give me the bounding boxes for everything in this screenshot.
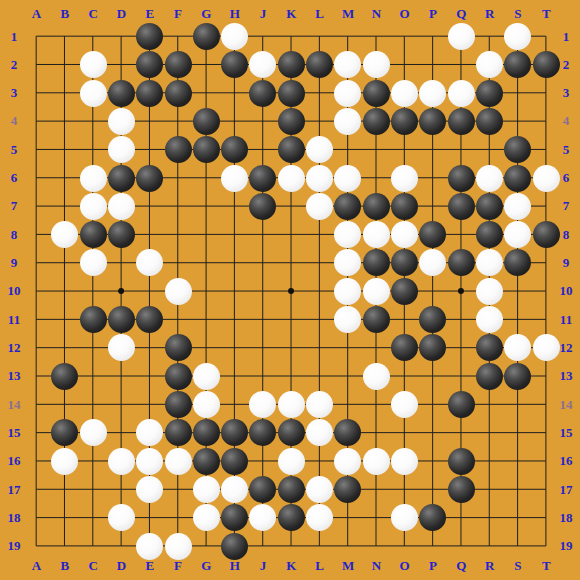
intersection-B4[interactable] [51,107,79,135]
intersection-H17[interactable] [221,475,249,503]
intersection-L1[interactable] [305,22,333,50]
intersection-A14[interactable] [22,390,50,418]
intersection-H8[interactable] [221,221,249,249]
intersection-H9[interactable] [221,249,249,277]
intersection-D8[interactable] [107,221,135,249]
intersection-G15[interactable] [192,419,220,447]
intersection-P19[interactable] [419,532,447,560]
intersection-K4[interactable] [277,107,305,135]
intersection-E6[interactable] [136,164,164,192]
intersection-O2[interactable] [390,51,418,79]
intersection-K1[interactable] [277,22,305,50]
intersection-E12[interactable] [136,334,164,362]
intersection-R10[interactable] [475,277,503,305]
intersection-Q10[interactable] [447,277,475,305]
intersection-H5[interactable] [221,136,249,164]
intersection-J9[interactable] [249,249,277,277]
intersection-T12[interactable] [532,334,560,362]
intersection-Q6[interactable] [447,164,475,192]
intersection-K17[interactable] [277,475,305,503]
intersection-D3[interactable] [107,79,135,107]
intersection-K12[interactable] [277,334,305,362]
intersection-H11[interactable] [221,305,249,333]
intersection-D15[interactable] [107,419,135,447]
intersection-M5[interactable] [334,136,362,164]
intersection-L14[interactable] [305,390,333,418]
intersection-C15[interactable] [79,419,107,447]
intersection-H1[interactable] [221,22,249,50]
intersection-A1[interactable] [22,22,50,50]
intersection-E1[interactable] [136,22,164,50]
intersection-A11[interactable] [22,305,50,333]
intersection-B10[interactable] [51,277,79,305]
intersection-J15[interactable] [249,419,277,447]
intersection-T6[interactable] [532,164,560,192]
intersection-S13[interactable] [504,362,532,390]
intersection-P18[interactable] [419,504,447,532]
intersection-E7[interactable] [136,192,164,220]
intersection-N15[interactable] [362,419,390,447]
intersection-G2[interactable] [192,51,220,79]
intersection-N1[interactable] [362,22,390,50]
intersection-C9[interactable] [79,249,107,277]
intersection-S1[interactable] [504,22,532,50]
intersection-Q7[interactable] [447,192,475,220]
intersection-Q4[interactable] [447,107,475,135]
intersection-B5[interactable] [51,136,79,164]
intersection-E10[interactable] [136,277,164,305]
intersection-S9[interactable] [504,249,532,277]
intersection-L8[interactable] [305,221,333,249]
intersection-J14[interactable] [249,390,277,418]
intersection-T1[interactable] [532,22,560,50]
intersection-E18[interactable] [136,504,164,532]
intersection-L3[interactable] [305,79,333,107]
intersection-P5[interactable] [419,136,447,164]
intersection-B13[interactable] [51,362,79,390]
intersection-T9[interactable] [532,249,560,277]
intersection-M1[interactable] [334,22,362,50]
intersection-O3[interactable] [390,79,418,107]
intersection-N12[interactable] [362,334,390,362]
intersection-K11[interactable] [277,305,305,333]
intersection-K7[interactable] [277,192,305,220]
intersection-N6[interactable] [362,164,390,192]
intersection-J19[interactable] [249,532,277,560]
intersection-H14[interactable] [221,390,249,418]
intersection-R8[interactable] [475,221,503,249]
intersection-C8[interactable] [79,221,107,249]
intersection-K16[interactable] [277,447,305,475]
intersection-Q12[interactable] [447,334,475,362]
intersection-C7[interactable] [79,192,107,220]
intersection-Q2[interactable] [447,51,475,79]
intersection-A13[interactable] [22,362,50,390]
intersection-Q9[interactable] [447,249,475,277]
intersection-A7[interactable] [22,192,50,220]
intersection-O14[interactable] [390,390,418,418]
intersection-C19[interactable] [79,532,107,560]
intersection-J3[interactable] [249,79,277,107]
intersection-O15[interactable] [390,419,418,447]
intersection-T14[interactable] [532,390,560,418]
intersection-C4[interactable] [79,107,107,135]
intersection-F6[interactable] [164,164,192,192]
intersection-D11[interactable] [107,305,135,333]
intersection-N18[interactable] [362,504,390,532]
intersection-F5[interactable] [164,136,192,164]
intersection-H12[interactable] [221,334,249,362]
intersection-E14[interactable] [136,390,164,418]
intersection-B15[interactable] [51,419,79,447]
intersection-D19[interactable] [107,532,135,560]
intersection-G5[interactable] [192,136,220,164]
intersection-F19[interactable] [164,532,192,560]
intersection-L11[interactable] [305,305,333,333]
intersection-A8[interactable] [22,221,50,249]
intersection-L19[interactable] [305,532,333,560]
intersection-H16[interactable] [221,447,249,475]
intersection-S8[interactable] [504,221,532,249]
intersection-O18[interactable] [390,504,418,532]
intersection-P8[interactable] [419,221,447,249]
intersection-D4[interactable] [107,107,135,135]
intersection-L15[interactable] [305,419,333,447]
intersection-R18[interactable] [475,504,503,532]
intersection-J6[interactable] [249,164,277,192]
intersection-F14[interactable] [164,390,192,418]
intersection-B14[interactable] [51,390,79,418]
intersection-F18[interactable] [164,504,192,532]
intersection-D12[interactable] [107,334,135,362]
intersection-R4[interactable] [475,107,503,135]
intersection-D5[interactable] [107,136,135,164]
intersection-H3[interactable] [221,79,249,107]
intersection-D6[interactable] [107,164,135,192]
intersection-N14[interactable] [362,390,390,418]
intersection-B17[interactable] [51,475,79,503]
intersection-M4[interactable] [334,107,362,135]
intersection-R6[interactable] [475,164,503,192]
intersection-M10[interactable] [334,277,362,305]
intersection-O13[interactable] [390,362,418,390]
intersection-A5[interactable] [22,136,50,164]
intersection-T16[interactable] [532,447,560,475]
intersection-A10[interactable] [22,277,50,305]
intersection-P6[interactable] [419,164,447,192]
intersection-D9[interactable] [107,249,135,277]
intersection-B6[interactable] [51,164,79,192]
intersection-A16[interactable] [22,447,50,475]
intersection-L6[interactable] [305,164,333,192]
intersection-K6[interactable] [277,164,305,192]
intersection-F13[interactable] [164,362,192,390]
intersection-A15[interactable] [22,419,50,447]
intersection-J12[interactable] [249,334,277,362]
intersection-C2[interactable] [79,51,107,79]
intersection-C6[interactable] [79,164,107,192]
intersection-M7[interactable] [334,192,362,220]
intersection-S5[interactable] [504,136,532,164]
intersection-K14[interactable] [277,390,305,418]
intersection-L12[interactable] [305,334,333,362]
intersection-E19[interactable] [136,532,164,560]
intersection-Q15[interactable] [447,419,475,447]
intersection-E8[interactable] [136,221,164,249]
intersection-P12[interactable] [419,334,447,362]
intersection-S14[interactable] [504,390,532,418]
intersection-G12[interactable] [192,334,220,362]
intersection-F16[interactable] [164,447,192,475]
intersection-D2[interactable] [107,51,135,79]
intersection-M12[interactable] [334,334,362,362]
intersection-M11[interactable] [334,305,362,333]
intersection-Q18[interactable] [447,504,475,532]
intersection-A4[interactable] [22,107,50,135]
intersection-L4[interactable] [305,107,333,135]
intersection-C11[interactable] [79,305,107,333]
intersection-G14[interactable] [192,390,220,418]
intersection-S16[interactable] [504,447,532,475]
intersection-D14[interactable] [107,390,135,418]
intersection-Q3[interactable] [447,79,475,107]
intersection-R16[interactable] [475,447,503,475]
intersection-J8[interactable] [249,221,277,249]
intersection-C13[interactable] [79,362,107,390]
intersection-N13[interactable] [362,362,390,390]
intersection-C12[interactable] [79,334,107,362]
intersection-O8[interactable] [390,221,418,249]
intersection-N7[interactable] [362,192,390,220]
intersection-T18[interactable] [532,504,560,532]
intersection-E17[interactable] [136,475,164,503]
intersection-H4[interactable] [221,107,249,135]
intersection-C14[interactable] [79,390,107,418]
intersection-G6[interactable] [192,164,220,192]
intersection-M13[interactable] [334,362,362,390]
intersection-R19[interactable] [475,532,503,560]
intersection-G9[interactable] [192,249,220,277]
intersection-F15[interactable] [164,419,192,447]
intersection-C1[interactable] [79,22,107,50]
intersection-L16[interactable] [305,447,333,475]
intersection-M2[interactable] [334,51,362,79]
intersection-R5[interactable] [475,136,503,164]
intersection-T10[interactable] [532,277,560,305]
intersection-O11[interactable] [390,305,418,333]
intersection-D13[interactable] [107,362,135,390]
intersection-R11[interactable] [475,305,503,333]
intersection-G3[interactable] [192,79,220,107]
intersection-O6[interactable] [390,164,418,192]
intersection-B3[interactable] [51,79,79,107]
intersection-F4[interactable] [164,107,192,135]
intersection-E13[interactable] [136,362,164,390]
intersection-A6[interactable] [22,164,50,192]
intersection-K15[interactable] [277,419,305,447]
intersection-E11[interactable] [136,305,164,333]
intersection-G16[interactable] [192,447,220,475]
intersection-D17[interactable] [107,475,135,503]
intersection-T11[interactable] [532,305,560,333]
intersection-C17[interactable] [79,475,107,503]
intersection-M14[interactable] [334,390,362,418]
intersection-N17[interactable] [362,475,390,503]
intersection-H2[interactable] [221,51,249,79]
intersection-N16[interactable] [362,447,390,475]
intersection-P1[interactable] [419,22,447,50]
intersection-Q14[interactable] [447,390,475,418]
intersection-N5[interactable] [362,136,390,164]
intersection-J17[interactable] [249,475,277,503]
intersection-K19[interactable] [277,532,305,560]
intersection-J11[interactable] [249,305,277,333]
intersection-N8[interactable] [362,221,390,249]
intersection-R13[interactable] [475,362,503,390]
intersection-R12[interactable] [475,334,503,362]
intersection-J1[interactable] [249,22,277,50]
intersection-F9[interactable] [164,249,192,277]
intersection-D7[interactable] [107,192,135,220]
intersection-R7[interactable] [475,192,503,220]
intersection-L10[interactable] [305,277,333,305]
intersection-L2[interactable] [305,51,333,79]
intersection-L17[interactable] [305,475,333,503]
intersection-H7[interactable] [221,192,249,220]
intersection-S15[interactable] [504,419,532,447]
intersection-F7[interactable] [164,192,192,220]
intersection-J4[interactable] [249,107,277,135]
intersection-L7[interactable] [305,192,333,220]
intersection-E3[interactable] [136,79,164,107]
intersection-S17[interactable] [504,475,532,503]
intersection-M19[interactable] [334,532,362,560]
intersection-M3[interactable] [334,79,362,107]
intersection-S2[interactable] [504,51,532,79]
intersection-R17[interactable] [475,475,503,503]
intersection-B7[interactable] [51,192,79,220]
intersection-S6[interactable] [504,164,532,192]
intersection-A18[interactable] [22,504,50,532]
intersection-E4[interactable] [136,107,164,135]
intersection-F17[interactable] [164,475,192,503]
intersection-S3[interactable] [504,79,532,107]
intersection-Q8[interactable] [447,221,475,249]
intersection-H19[interactable] [221,532,249,560]
intersection-G7[interactable] [192,192,220,220]
intersection-K13[interactable] [277,362,305,390]
intersection-N11[interactable] [362,305,390,333]
intersection-B2[interactable] [51,51,79,79]
intersection-P16[interactable] [419,447,447,475]
intersection-S4[interactable] [504,107,532,135]
intersection-D18[interactable] [107,504,135,532]
intersection-M8[interactable] [334,221,362,249]
intersection-H18[interactable] [221,504,249,532]
intersection-E15[interactable] [136,419,164,447]
intersection-R9[interactable] [475,249,503,277]
intersection-B11[interactable] [51,305,79,333]
intersection-T15[interactable] [532,419,560,447]
intersection-P4[interactable] [419,107,447,135]
intersection-O9[interactable] [390,249,418,277]
intersection-A19[interactable] [22,532,50,560]
intersection-R2[interactable] [475,51,503,79]
intersection-K10[interactable] [277,277,305,305]
intersection-A2[interactable] [22,51,50,79]
intersection-J13[interactable] [249,362,277,390]
intersection-H10[interactable] [221,277,249,305]
intersection-M9[interactable] [334,249,362,277]
intersection-M6[interactable] [334,164,362,192]
intersection-J10[interactable] [249,277,277,305]
intersection-G1[interactable] [192,22,220,50]
intersection-L18[interactable] [305,504,333,532]
intersection-G17[interactable] [192,475,220,503]
intersection-L9[interactable] [305,249,333,277]
intersection-Q17[interactable] [447,475,475,503]
intersection-O17[interactable] [390,475,418,503]
intersection-L13[interactable] [305,362,333,390]
intersection-J18[interactable] [249,504,277,532]
intersection-M16[interactable] [334,447,362,475]
intersection-B9[interactable] [51,249,79,277]
intersection-A3[interactable] [22,79,50,107]
intersection-H15[interactable] [221,419,249,447]
intersection-G8[interactable] [192,221,220,249]
intersection-S18[interactable] [504,504,532,532]
intersection-N3[interactable] [362,79,390,107]
intersection-O7[interactable] [390,192,418,220]
intersection-S19[interactable] [504,532,532,560]
intersection-R1[interactable] [475,22,503,50]
intersection-T3[interactable] [532,79,560,107]
intersection-P15[interactable] [419,419,447,447]
intersection-N2[interactable] [362,51,390,79]
intersection-R15[interactable] [475,419,503,447]
intersection-F11[interactable] [164,305,192,333]
intersection-C18[interactable] [79,504,107,532]
intersection-C3[interactable] [79,79,107,107]
intersection-E16[interactable] [136,447,164,475]
intersection-E5[interactable] [136,136,164,164]
intersection-O12[interactable] [390,334,418,362]
intersection-B12[interactable] [51,334,79,362]
intersection-H13[interactable] [221,362,249,390]
intersection-O10[interactable] [390,277,418,305]
intersection-N10[interactable] [362,277,390,305]
intersection-D16[interactable] [107,447,135,475]
intersection-R14[interactable] [475,390,503,418]
intersection-H6[interactable] [221,164,249,192]
intersection-G4[interactable] [192,107,220,135]
intersection-Q11[interactable] [447,305,475,333]
intersection-S7[interactable] [504,192,532,220]
intersection-J7[interactable] [249,192,277,220]
intersection-Q13[interactable] [447,362,475,390]
intersection-T13[interactable] [532,362,560,390]
intersection-E9[interactable] [136,249,164,277]
intersection-N4[interactable] [362,107,390,135]
intersection-F3[interactable] [164,79,192,107]
intersection-P10[interactable] [419,277,447,305]
intersection-S10[interactable] [504,277,532,305]
intersection-N9[interactable] [362,249,390,277]
intersection-K3[interactable] [277,79,305,107]
intersection-P17[interactable] [419,475,447,503]
intersection-P13[interactable] [419,362,447,390]
intersection-F8[interactable] [164,221,192,249]
